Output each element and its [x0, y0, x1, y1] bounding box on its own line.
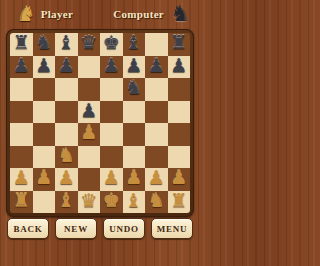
toolbar: BACKNEWUNDOMENU [0, 218, 200, 239]
square-b8[interactable]: ♞ [33, 33, 56, 56]
piece-black-king[interactable]: ♚ [100, 33, 123, 54]
square-e1[interactable]: ♚ [100, 191, 123, 214]
piece-white-king[interactable]: ♚ [100, 189, 123, 212]
square-h7[interactable]: ♟ [168, 56, 191, 79]
square-a2[interactable]: ♟ [10, 168, 33, 191]
square-e8[interactable]: ♚ [100, 33, 123, 56]
piece-black-rook[interactable]: ♜ [10, 33, 33, 54]
square-h2[interactable]: ♟ [168, 168, 191, 191]
square-c3[interactable]: ♞ [55, 146, 78, 169]
square-e7[interactable]: ♟ [100, 56, 123, 79]
menu-button[interactable]: MENU [151, 218, 193, 239]
square-g4[interactable] [145, 123, 168, 146]
square-g8[interactable] [145, 33, 168, 56]
piece-white-knight[interactable]: ♞ [145, 189, 168, 212]
square-e2[interactable]: ♟ [100, 168, 123, 191]
square-c6[interactable] [55, 78, 78, 101]
square-g1[interactable]: ♞ [145, 191, 168, 214]
square-b5[interactable] [33, 101, 56, 124]
square-d4[interactable]: ♟ [78, 123, 101, 146]
square-b6[interactable] [33, 78, 56, 101]
square-f5[interactable] [123, 101, 146, 124]
piece-white-bishop[interactable]: ♝ [55, 189, 78, 212]
piece-black-knight[interactable]: ♞ [33, 33, 56, 54]
square-d6[interactable] [78, 78, 101, 101]
square-f7[interactable]: ♟ [123, 56, 146, 79]
square-b4[interactable] [33, 123, 56, 146]
piece-black-bishop[interactable]: ♝ [55, 33, 78, 54]
square-a4[interactable] [10, 123, 33, 146]
square-h3[interactable] [168, 146, 191, 169]
square-e6[interactable] [100, 78, 123, 101]
square-b3[interactable] [33, 146, 56, 169]
square-a3[interactable] [10, 146, 33, 169]
square-a1[interactable]: ♜ [10, 191, 33, 214]
computer-label: Computer [113, 8, 164, 20]
square-b1[interactable] [33, 191, 56, 214]
square-d3[interactable] [78, 146, 101, 169]
square-f6[interactable]: ♞ [123, 78, 146, 101]
computer-knight-icon: ♞ [170, 3, 190, 25]
piece-white-rook[interactable]: ♜ [168, 189, 191, 212]
square-d7[interactable] [78, 56, 101, 79]
square-f2[interactable]: ♟ [123, 168, 146, 191]
square-e5[interactable] [100, 101, 123, 124]
chess-board: ♜♞♝♛♚♝♜♟♟♟♟♟♟♟♞♟♟♞♟♟♟♟♟♟♟♜♝♛♚♝♞♜ [10, 33, 190, 213]
square-h6[interactable] [168, 78, 191, 101]
piece-black-pawn[interactable]: ♟ [123, 54, 146, 77]
new-button[interactable]: NEW [55, 218, 97, 239]
square-a5[interactable] [10, 101, 33, 124]
chess-board-frame: ♜♞♝♛♚♝♜♟♟♟♟♟♟♟♞♟♟♞♟♟♟♟♟♟♟♜♝♛♚♝♞♜ [6, 29, 194, 217]
piece-black-pawn[interactable]: ♟ [10, 54, 33, 77]
piece-white-pawn[interactable]: ♟ [33, 166, 56, 189]
square-d5[interactable]: ♟ [78, 101, 101, 124]
piece-black-knight[interactable]: ♞ [123, 76, 146, 99]
square-f3[interactable] [123, 146, 146, 169]
piece-white-pawn[interactable]: ♟ [10, 166, 33, 189]
square-f1[interactable]: ♝ [123, 191, 146, 214]
square-e4[interactable] [100, 123, 123, 146]
square-c1[interactable]: ♝ [55, 191, 78, 214]
piece-white-pawn[interactable]: ♟ [145, 166, 168, 189]
piece-black-rook[interactable]: ♜ [168, 33, 191, 54]
square-g3[interactable] [145, 146, 168, 169]
square-h8[interactable]: ♜ [168, 33, 191, 56]
square-g7[interactable]: ♟ [145, 56, 168, 79]
piece-black-pawn[interactable]: ♟ [78, 99, 101, 122]
piece-white-pawn[interactable]: ♟ [55, 166, 78, 189]
piece-black-pawn[interactable]: ♟ [55, 54, 78, 77]
square-h5[interactable] [168, 101, 191, 124]
piece-white-pawn[interactable]: ♟ [78, 121, 101, 144]
square-d8[interactable]: ♛ [78, 33, 101, 56]
square-d1[interactable]: ♛ [78, 191, 101, 214]
piece-white-bishop[interactable]: ♝ [123, 189, 146, 212]
piece-black-pawn[interactable]: ♟ [145, 54, 168, 77]
piece-black-pawn[interactable]: ♟ [168, 54, 191, 77]
square-h4[interactable] [168, 123, 191, 146]
square-g5[interactable] [145, 101, 168, 124]
player-knight-icon: ♞ [16, 3, 36, 25]
piece-white-rook[interactable]: ♜ [10, 189, 33, 212]
player-label: Player [41, 8, 73, 20]
square-g2[interactable]: ♟ [145, 168, 168, 191]
square-g6[interactable] [145, 78, 168, 101]
square-a8[interactable]: ♜ [10, 33, 33, 56]
square-c2[interactable]: ♟ [55, 168, 78, 191]
square-f8[interactable]: ♝ [123, 33, 146, 56]
square-h1[interactable]: ♜ [168, 191, 191, 214]
square-c7[interactable]: ♟ [55, 56, 78, 79]
square-c4[interactable] [55, 123, 78, 146]
piece-white-pawn[interactable]: ♟ [100, 166, 123, 189]
square-b7[interactable]: ♟ [33, 56, 56, 79]
square-e3[interactable] [100, 146, 123, 169]
piece-black-pawn[interactable]: ♟ [33, 54, 56, 77]
piece-white-queen[interactable]: ♛ [78, 189, 101, 212]
header-bar: ♞ Player Computer ♞ [0, 0, 200, 28]
piece-black-bishop[interactable]: ♝ [123, 33, 146, 54]
piece-white-pawn[interactable]: ♟ [123, 166, 146, 189]
square-b2[interactable]: ♟ [33, 168, 56, 191]
square-c8[interactable]: ♝ [55, 33, 78, 56]
square-c5[interactable] [55, 101, 78, 124]
square-d2[interactable] [78, 168, 101, 191]
undo-button[interactable]: UNDO [103, 218, 145, 239]
back-button[interactable]: BACK [7, 218, 49, 239]
square-f4[interactable] [123, 123, 146, 146]
square-a7[interactable]: ♟ [10, 56, 33, 79]
piece-black-pawn[interactable]: ♟ [100, 54, 123, 77]
piece-white-pawn[interactable]: ♟ [168, 166, 191, 189]
piece-white-knight[interactable]: ♞ [55, 144, 78, 167]
square-a6[interactable] [10, 78, 33, 101]
piece-black-queen[interactable]: ♛ [78, 33, 101, 54]
